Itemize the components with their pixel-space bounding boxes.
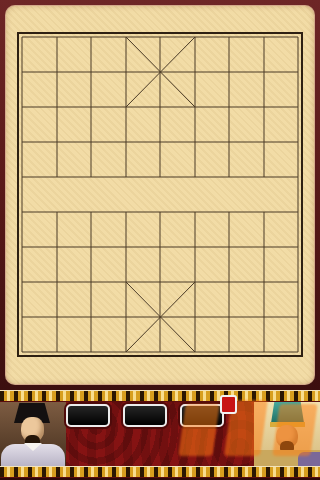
human-player-portrait	[254, 402, 320, 466]
portrait-sleeve	[298, 452, 320, 466]
portrait-headdress	[271, 402, 304, 423]
undo-move-button[interactable]	[180, 404, 224, 427]
game-button-row	[66, 404, 224, 428]
new-game-button[interactable]	[66, 404, 110, 427]
board-grid-lines	[0, 0, 320, 390]
xiangqi-game-screen	[0, 0, 320, 480]
gold-ornament-strip-bottom	[0, 466, 320, 478]
gold-ornament-strip-top	[0, 390, 320, 402]
pause-button[interactable]	[123, 404, 167, 427]
board-frame	[0, 0, 320, 390]
computer-player-portrait	[0, 402, 66, 466]
